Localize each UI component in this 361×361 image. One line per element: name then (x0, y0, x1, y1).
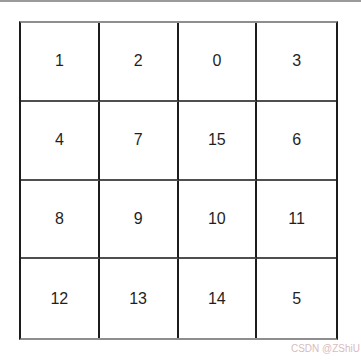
tile-r1c1[interactable]: 1 (21, 23, 100, 102)
top-edge-line (0, 0, 361, 2)
tile-r4c2[interactable]: 13 (100, 259, 179, 338)
tile-r3c3[interactable]: 10 (179, 181, 258, 260)
tile-r2c2[interactable]: 7 (100, 102, 179, 181)
tile-r4c4[interactable]: 5 (257, 259, 336, 338)
tile-r1c4[interactable]: 3 (257, 23, 336, 102)
tile-r2c3[interactable]: 15 (179, 102, 258, 181)
tile-r1c2[interactable]: 2 (100, 23, 179, 102)
tile-r3c4[interactable]: 11 (257, 181, 336, 260)
csdn-watermark: CSDN @ZShiU (291, 343, 360, 354)
tile-r2c1[interactable]: 4 (21, 102, 100, 181)
tile-r3c1[interactable]: 8 (21, 181, 100, 260)
tile-r4c1[interactable]: 12 (21, 259, 100, 338)
tile-r2c4[interactable]: 6 (257, 102, 336, 181)
puzzle-grid: 1203471568910111213145 (19, 21, 338, 340)
tile-r3c2[interactable]: 9 (100, 181, 179, 260)
tile-r4c3[interactable]: 14 (179, 259, 258, 338)
tile-r1c3[interactable]: 0 (179, 23, 258, 102)
